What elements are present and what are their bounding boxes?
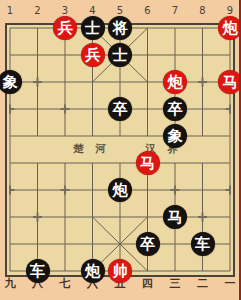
piece-black-horse[interactable]: 马 [163, 205, 187, 229]
piece-black-cannon[interactable]: 炮 [81, 259, 105, 283]
piece-black-chariot[interactable]: 车 [191, 232, 215, 256]
piece-red-general[interactable]: 帅 [108, 259, 132, 283]
piece-black-cannon[interactable]: 炮 [108, 178, 132, 202]
pieces-layer: 兵士将炮兵士象炮马卒卒象马炮马卒车车炮帅 [0, 15, 241, 285]
piece-red-cannon[interactable]: 炮 [218, 16, 241, 40]
piece-black-advisor[interactable]: 士 [108, 43, 132, 67]
piece-red-soldier[interactable]: 兵 [53, 16, 77, 40]
piece-black-chariot[interactable]: 车 [26, 259, 50, 283]
piece-red-horse[interactable]: 马 [218, 70, 241, 94]
piece-red-soldier[interactable]: 兵 [81, 43, 105, 67]
piece-red-horse[interactable]: 马 [136, 151, 160, 175]
window-frame-edge [239, 0, 241, 300]
piece-black-soldier[interactable]: 卒 [163, 97, 187, 121]
piece-black-soldier[interactable]: 卒 [136, 232, 160, 256]
xiangqi-app: 楚 河 汉 界 123456789 九八七六五四三二一 兵士将炮兵士象炮马卒卒象… [0, 0, 241, 300]
piece-black-advisor[interactable]: 士 [81, 16, 105, 40]
piece-black-elephant[interactable]: 象 [163, 124, 187, 148]
piece-black-general[interactable]: 将 [108, 16, 132, 40]
piece-red-cannon[interactable]: 炮 [163, 70, 187, 94]
piece-black-elephant[interactable]: 象 [0, 70, 22, 94]
piece-black-soldier[interactable]: 卒 [108, 97, 132, 121]
